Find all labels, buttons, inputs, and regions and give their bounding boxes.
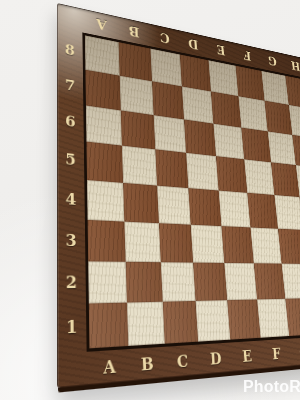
square-f1 [257,299,289,338]
square-b5 [122,146,157,186]
rank-label-7: 7 [57,65,83,105]
file-label-bottom-c: C [164,345,200,378]
square-g3 [278,229,300,264]
square-c2 [160,262,195,302]
square-f7 [238,96,267,131]
square-b4 [123,183,159,223]
square-a7 [85,70,120,110]
file-label-bottom-f: F [261,339,292,369]
square-c5 [155,150,189,189]
square-c1 [162,301,198,344]
square-e7 [211,91,241,127]
square-e8 [208,60,238,96]
square-d4 [189,188,222,226]
square-a6 [86,105,122,146]
photoroom-watermark: PhotoRoom [243,378,300,396]
rank-label-3: 3 [57,218,85,261]
file-label-bottom-d: D [199,343,233,375]
square-f8 [235,66,264,101]
file-label-bottom-b: B [128,347,166,382]
square-a2 [88,261,127,304]
square-d5 [186,153,218,191]
square-f5 [244,159,274,194]
square-g2 [281,263,300,299]
square-b6 [121,110,155,150]
rank-label-1: 1 [57,304,87,351]
square-a1 [89,303,128,349]
square-c6 [153,115,186,153]
square-c3 [158,223,193,262]
rank-label-6: 6 [57,101,84,142]
board-squares-grid [82,32,300,351]
square-d1 [196,300,231,341]
square-f4 [247,193,277,229]
square-a5 [86,142,122,183]
square-e2 [224,262,257,300]
square-b2 [125,261,162,303]
square-a4 [87,180,124,221]
square-f6 [241,127,271,162]
square-b7 [119,75,153,114]
square-e1 [227,300,260,340]
square-g4 [274,195,300,230]
chess-board: ABCDEFGH 87654321 ABCDEFGH [57,3,300,388]
square-d2 [193,262,227,301]
square-d3 [191,224,224,262]
square-b3 [124,221,160,261]
square-e4 [219,191,251,228]
square-b1 [127,302,165,346]
square-a3 [88,220,126,262]
square-c7 [152,81,185,119]
rank-label-2: 2 [57,261,86,305]
square-d7 [182,86,213,123]
product-photo-background: ABCDEFGH 87654321 ABCDEFGH PhotoRoom [0,0,300,400]
rank-label-8: 8 [57,30,83,69]
file-label-bottom-a: A [90,349,130,385]
square-e3 [221,226,253,263]
square-e5 [216,156,247,192]
square-e6 [213,123,244,159]
file-label-bottom-g: G [289,337,300,366]
square-f2 [254,263,285,300]
square-f3 [250,227,281,263]
file-label-bottom-e: E [231,341,264,372]
rank-label-4: 4 [57,178,85,220]
rank-label-5: 5 [57,139,84,180]
square-d6 [184,119,216,156]
square-c4 [157,186,191,225]
